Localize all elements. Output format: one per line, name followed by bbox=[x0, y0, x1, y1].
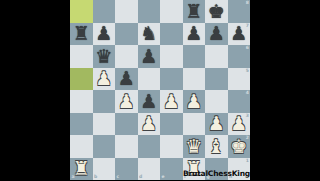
rank-label-1: 1 bbox=[246, 159, 249, 164]
piece-white-pawn[interactable]: ♟ bbox=[138, 113, 161, 136]
piece-white-pawn[interactable]: ♟ bbox=[228, 113, 251, 136]
square-a3[interactable] bbox=[70, 113, 93, 136]
square-f4[interactable]: ♟ bbox=[183, 90, 206, 113]
square-f3[interactable] bbox=[183, 113, 206, 136]
square-d7[interactable]: ♞ bbox=[138, 23, 161, 46]
square-a2[interactable] bbox=[70, 135, 93, 158]
piece-black-rook[interactable]: ♜ bbox=[70, 23, 93, 46]
piece-black-pawn[interactable]: ♟ bbox=[205, 23, 228, 46]
square-b2[interactable] bbox=[93, 135, 116, 158]
square-a7[interactable]: ♜ bbox=[70, 23, 93, 46]
file-label-b: b bbox=[94, 175, 97, 180]
square-d6[interactable]: ♟ bbox=[138, 45, 161, 68]
piece-black-rook[interactable]: ♜ bbox=[183, 0, 206, 23]
square-a8[interactable] bbox=[70, 0, 93, 23]
piece-white-bishop[interactable]: ♝ bbox=[205, 135, 228, 158]
piece-black-queen[interactable]: ♛ bbox=[93, 45, 116, 68]
piece-white-queen[interactable]: ♛ bbox=[183, 135, 206, 158]
square-f8[interactable]: ♜ bbox=[183, 0, 206, 23]
square-d3[interactable]: ♟ bbox=[138, 113, 161, 136]
piece-white-pawn[interactable]: ♟ bbox=[93, 68, 116, 91]
piece-black-knight[interactable]: ♞ bbox=[138, 23, 161, 46]
square-c8[interactable] bbox=[115, 0, 138, 23]
square-e6[interactable] bbox=[160, 45, 183, 68]
file-label-c: c bbox=[117, 175, 120, 180]
square-e7[interactable] bbox=[160, 23, 183, 46]
square-h4[interactable]: 4 bbox=[228, 90, 251, 113]
square-b1[interactable]: b bbox=[93, 158, 116, 181]
square-g4[interactable] bbox=[205, 90, 228, 113]
square-g6[interactable] bbox=[205, 45, 228, 68]
letterbox-right bbox=[250, 0, 320, 180]
square-d1[interactable]: d bbox=[138, 158, 161, 181]
square-h2[interactable]: 2♚ bbox=[228, 135, 251, 158]
piece-white-king[interactable]: ♚ bbox=[228, 135, 251, 158]
square-g8[interactable]: ♚ bbox=[205, 0, 228, 23]
square-a6[interactable] bbox=[70, 45, 93, 68]
piece-black-pawn[interactable]: ♟ bbox=[183, 23, 206, 46]
square-c2[interactable] bbox=[115, 135, 138, 158]
square-c5[interactable]: ♟ bbox=[115, 68, 138, 91]
square-b6[interactable]: ♛ bbox=[93, 45, 116, 68]
square-a5[interactable] bbox=[70, 68, 93, 91]
square-f5[interactable] bbox=[183, 68, 206, 91]
rank-label-5: 5 bbox=[246, 69, 249, 74]
square-c6[interactable] bbox=[115, 45, 138, 68]
square-b4[interactable] bbox=[93, 90, 116, 113]
square-b5[interactable]: ♟ bbox=[93, 68, 116, 91]
square-d2[interactable] bbox=[138, 135, 161, 158]
rank-label-4: 4 bbox=[246, 91, 249, 96]
square-d8[interactable] bbox=[138, 0, 161, 23]
square-b3[interactable] bbox=[93, 113, 116, 136]
piece-black-pawn[interactable]: ♟ bbox=[93, 23, 116, 46]
square-b8[interactable] bbox=[93, 0, 116, 23]
piece-white-pawn[interactable]: ♟ bbox=[183, 90, 206, 113]
watermark: BrutalChessKing bbox=[183, 169, 250, 178]
video-frame: ♜♚8♜♟♞♟♟7♟♛♟6♟♟5♟♟♟♟4♟♟3♟♛♝2♚a♜bcdef♜g1h… bbox=[0, 0, 320, 180]
square-g3[interactable]: ♟ bbox=[205, 113, 228, 136]
piece-white-rook[interactable]: ♜ bbox=[70, 158, 93, 181]
square-d4[interactable]: ♟ bbox=[138, 90, 161, 113]
square-e3[interactable] bbox=[160, 113, 183, 136]
piece-white-pawn[interactable]: ♟ bbox=[160, 90, 183, 113]
square-f2[interactable]: ♛ bbox=[183, 135, 206, 158]
square-d5[interactable] bbox=[138, 68, 161, 91]
square-g7[interactable]: ♟ bbox=[205, 23, 228, 46]
square-h3[interactable]: 3♟ bbox=[228, 113, 251, 136]
piece-white-pawn[interactable]: ♟ bbox=[205, 113, 228, 136]
square-h6[interactable]: 6 bbox=[228, 45, 251, 68]
square-e8[interactable] bbox=[160, 0, 183, 23]
square-e5[interactable] bbox=[160, 68, 183, 91]
rank-label-8: 8 bbox=[246, 1, 249, 6]
square-c4[interactable]: ♟ bbox=[115, 90, 138, 113]
square-c7[interactable] bbox=[115, 23, 138, 46]
piece-white-pawn[interactable]: ♟ bbox=[115, 90, 138, 113]
square-h5[interactable]: 5 bbox=[228, 68, 251, 91]
square-f7[interactable]: ♟ bbox=[183, 23, 206, 46]
square-a4[interactable] bbox=[70, 90, 93, 113]
square-h8[interactable]: 8 bbox=[228, 0, 251, 23]
piece-black-king[interactable]: ♚ bbox=[205, 0, 228, 23]
square-e2[interactable] bbox=[160, 135, 183, 158]
square-g2[interactable]: ♝ bbox=[205, 135, 228, 158]
piece-black-pawn[interactable]: ♟ bbox=[138, 45, 161, 68]
square-c3[interactable] bbox=[115, 113, 138, 136]
letterbox-left bbox=[0, 0, 70, 180]
square-h7[interactable]: 7♟ bbox=[228, 23, 251, 46]
square-e4[interactable]: ♟ bbox=[160, 90, 183, 113]
square-g5[interactable] bbox=[205, 68, 228, 91]
rank-label-6: 6 bbox=[246, 46, 249, 51]
file-label-e: e bbox=[162, 175, 165, 180]
chess-board: ♜♚8♜♟♞♟♟7♟♛♟6♟♟5♟♟♟♟4♟♟3♟♛♝2♚a♜bcdef♜g1h bbox=[70, 0, 250, 180]
square-c1[interactable]: c bbox=[115, 158, 138, 181]
square-a1[interactable]: a♜ bbox=[70, 158, 93, 181]
square-f6[interactable] bbox=[183, 45, 206, 68]
piece-black-pawn[interactable]: ♟ bbox=[115, 68, 138, 91]
piece-black-pawn[interactable]: ♟ bbox=[138, 90, 161, 113]
piece-black-pawn[interactable]: ♟ bbox=[228, 23, 251, 46]
file-label-d: d bbox=[139, 175, 142, 180]
square-b7[interactable]: ♟ bbox=[93, 23, 116, 46]
square-e1[interactable]: e bbox=[160, 158, 183, 181]
